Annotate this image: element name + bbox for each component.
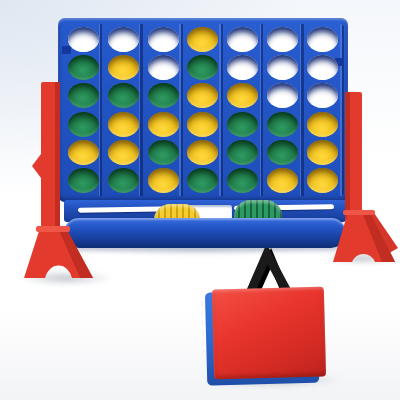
empty-hole [307, 55, 338, 80]
empty-hole [307, 27, 338, 52]
empty-hole [267, 83, 298, 108]
empty-hole [68, 27, 99, 52]
board-cell-r2c3 [143, 53, 183, 81]
board-cell-r3c2 [104, 82, 144, 110]
empty-hole [148, 27, 179, 52]
green-disc [68, 168, 99, 193]
green-disc [68, 112, 99, 137]
empty-hole [307, 83, 338, 108]
giant-connect-four-board [58, 18, 348, 202]
green-disc [187, 55, 218, 80]
yellow-disc [108, 112, 139, 137]
board-cell-r6c6 [263, 167, 303, 195]
board-cell-r5c3 [143, 138, 183, 166]
yellow-disc [227, 83, 258, 108]
green-disc [267, 140, 298, 165]
board-cell-r6c7 [302, 167, 342, 195]
board-cell-r4c7 [302, 110, 342, 138]
yellow-disc [148, 168, 179, 193]
yellow-disc [307, 168, 338, 193]
board-cell-r2c4 [183, 53, 223, 81]
empty-hole [227, 27, 258, 52]
disc-tray [64, 200, 346, 250]
board-cell-r4c3 [143, 110, 183, 138]
yellow-disc [187, 140, 218, 165]
board-cell-r1c2 [104, 25, 144, 53]
board-cell-r1c7 [302, 25, 342, 53]
board-grid [64, 25, 342, 195]
board-cell-r3c1 [64, 82, 104, 110]
board-cell-r2c5 [223, 53, 263, 81]
product-photo-scene [0, 0, 400, 400]
green-disc [148, 83, 179, 108]
green-disc [227, 112, 258, 137]
yellow-disc [148, 112, 179, 137]
board-cell-r3c7 [302, 82, 342, 110]
board-cell-r4c6 [263, 110, 303, 138]
board-cell-r1c6 [263, 25, 303, 53]
yellow-disc [108, 140, 139, 165]
board-cell-r1c4 [183, 25, 223, 53]
board-cell-r5c2 [104, 138, 144, 166]
bag-body [212, 287, 326, 382]
board-cell-r6c3 [143, 167, 183, 195]
board-cell-r3c4 [183, 82, 223, 110]
board-cell-r3c3 [143, 82, 183, 110]
green-disc [227, 140, 258, 165]
floor-shadow [18, 270, 113, 286]
green-disc [108, 168, 139, 193]
tray-trough [64, 218, 346, 248]
bag-zipper [201, 301, 205, 385]
yellow-disc [307, 140, 338, 165]
green-disc [187, 168, 218, 193]
yellow-disc [187, 112, 218, 137]
board-cell-r2c2 [104, 53, 144, 81]
empty-hole [267, 55, 298, 80]
green-disc [108, 83, 139, 108]
empty-hole [148, 55, 179, 80]
board-cell-r5c1 [64, 138, 104, 166]
board-cell-r2c6 [263, 53, 303, 81]
green-disc [227, 168, 258, 193]
green-disc [68, 55, 99, 80]
board-cell-r4c1 [64, 110, 104, 138]
green-disc [68, 83, 99, 108]
board-cell-r5c5 [223, 138, 263, 166]
empty-hole [227, 55, 258, 80]
board-cell-r6c4 [183, 167, 223, 195]
board-cell-r6c2 [104, 167, 144, 195]
yellow-disc [267, 168, 298, 193]
green-disc [148, 140, 179, 165]
board-cell-r3c6 [263, 82, 303, 110]
bag-front-panel [212, 287, 326, 380]
board-cell-r5c7 [302, 138, 342, 166]
board-cell-r1c5 [223, 25, 263, 53]
board-cell-r1c3 [143, 25, 183, 53]
yellow-disc [108, 55, 139, 80]
yellow-disc [187, 27, 218, 52]
board-cell-r4c5 [223, 110, 263, 138]
carry-bag [203, 248, 335, 388]
board-cell-r4c2 [104, 110, 144, 138]
board-cell-r5c4 [183, 138, 223, 166]
board-cell-r6c5 [223, 167, 263, 195]
empty-hole [267, 27, 298, 52]
board-cell-r1c1 [64, 25, 104, 53]
green-disc [267, 112, 298, 137]
board-cell-r2c7 [302, 53, 342, 81]
board-cell-r3c5 [223, 82, 263, 110]
empty-hole [108, 27, 139, 52]
board-cell-r2c1 [64, 53, 104, 81]
board-cell-r6c1 [64, 167, 104, 195]
board-cell-r5c6 [263, 138, 303, 166]
yellow-disc [307, 112, 338, 137]
board-cell-r4c4 [183, 110, 223, 138]
yellow-disc [68, 140, 99, 165]
yellow-disc [187, 83, 218, 108]
